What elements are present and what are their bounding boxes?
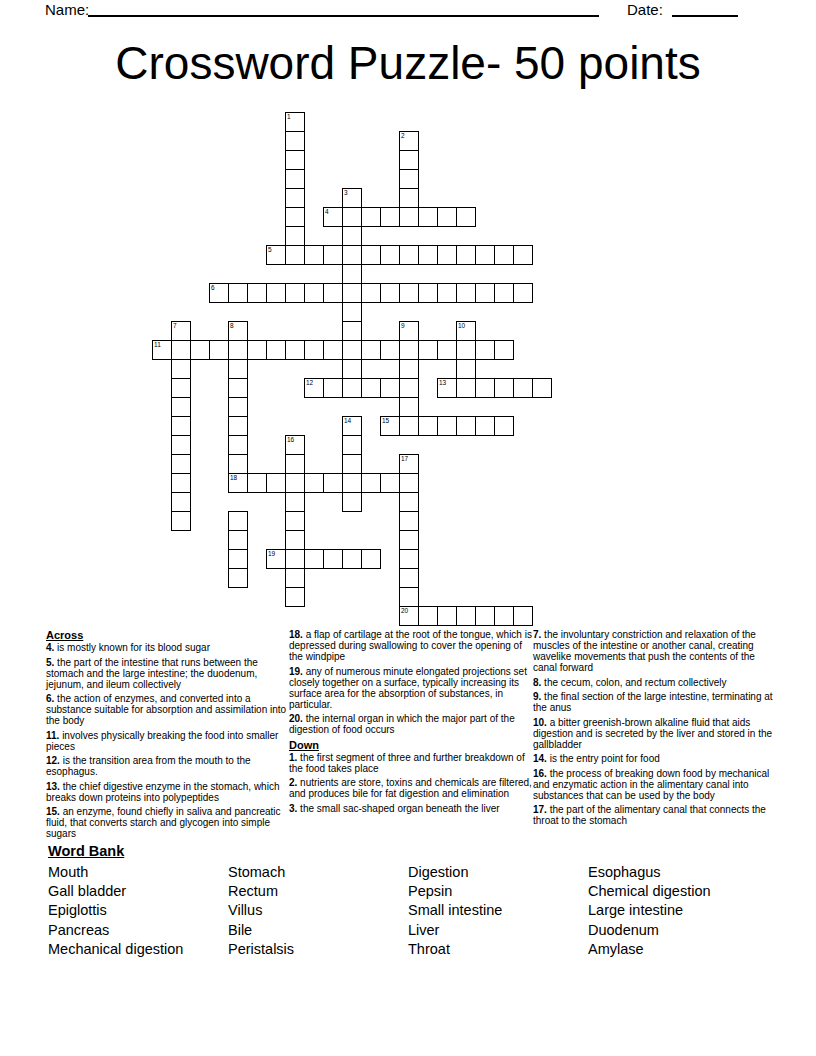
- grid-cell[interactable]: [228, 340, 248, 360]
- grid-cell[interactable]: [342, 321, 362, 341]
- clue: 2. nutrients are store, toxins and chemi…: [289, 777, 533, 799]
- grid-cell[interactable]: [380, 207, 400, 227]
- clue-number: 15: [382, 417, 389, 424]
- grid-cell[interactable]: [171, 473, 191, 493]
- clue: 7. the involuntary constriction and rela…: [533, 629, 779, 673]
- clue: 10. a bitter greenish-brown alkaline flu…: [533, 717, 779, 750]
- clue: 18. a flap of cartilage at the root of t…: [289, 629, 533, 662]
- grid-cell[interactable]: 14: [342, 416, 362, 436]
- grid-cell[interactable]: [418, 606, 438, 626]
- grid-cell[interactable]: [342, 340, 362, 360]
- grid-cell[interactable]: 9: [399, 321, 419, 341]
- grid-cell[interactable]: 13: [437, 378, 457, 398]
- grid-cell[interactable]: 19: [266, 549, 286, 569]
- grid-cell[interactable]: [494, 606, 514, 626]
- grid-cell[interactable]: [494, 283, 514, 303]
- word-bank-item: Peristalsis: [228, 940, 294, 959]
- grid-cell[interactable]: [342, 473, 362, 493]
- clue: 17. the part of the alimentary canal tha…: [533, 804, 779, 826]
- grid-cell[interactable]: [399, 207, 419, 227]
- clue: 15. an enzyme, found chiefly in saliva a…: [46, 806, 290, 839]
- grid-cell[interactable]: 17: [399, 454, 419, 474]
- grid-cell[interactable]: [228, 359, 248, 379]
- grid-cell[interactable]: [285, 549, 305, 569]
- grid-cell[interactable]: [361, 473, 381, 493]
- grid-cell[interactable]: [399, 378, 419, 398]
- grid-cell[interactable]: [285, 587, 305, 607]
- grid-cell[interactable]: 4: [323, 207, 343, 227]
- grid-cell[interactable]: [380, 340, 400, 360]
- grid-cell[interactable]: [456, 378, 476, 398]
- grid-cell[interactable]: [380, 378, 400, 398]
- grid-cell[interactable]: [475, 378, 495, 398]
- grid-cell[interactable]: [437, 207, 457, 227]
- clue-list-heading: Down: [289, 739, 533, 751]
- word-bank-item: Rectum: [228, 882, 294, 901]
- grid-cell[interactable]: [399, 473, 419, 493]
- grid-cell[interactable]: [456, 283, 476, 303]
- word-bank-item: Pancreas: [48, 921, 183, 940]
- grid-cell[interactable]: [399, 340, 419, 360]
- grid-cell[interactable]: [342, 454, 362, 474]
- clue-number: 13: [439, 379, 446, 386]
- grid-cell[interactable]: 18: [228, 473, 248, 493]
- word-bank-column-3: DigestionPepsinSmall intestineLiverThroa…: [408, 863, 502, 959]
- word-bank-item: Chemical digestion: [588, 882, 711, 901]
- grid-cell[interactable]: [304, 549, 324, 569]
- grid-cell[interactable]: [418, 207, 438, 227]
- clue-number: 10: [458, 322, 465, 329]
- grid-cell[interactable]: [304, 283, 324, 303]
- grid-cell[interactable]: [456, 245, 476, 265]
- clue-number: 19: [268, 550, 275, 557]
- grid-cell[interactable]: [323, 245, 343, 265]
- grid-cell[interactable]: [266, 473, 286, 493]
- grid-cell[interactable]: [285, 340, 305, 360]
- grid-cell[interactable]: 16: [285, 435, 305, 455]
- clue: 9. the final section of the large intest…: [533, 691, 779, 713]
- grid-cell[interactable]: [285, 188, 305, 208]
- grid-cell[interactable]: [190, 340, 210, 360]
- grid-cell[interactable]: [342, 302, 362, 322]
- word-bank-item: Stomach: [228, 863, 294, 882]
- grid-cell[interactable]: 11: [152, 340, 172, 360]
- grid-cell[interactable]: 3: [342, 188, 362, 208]
- grid-cell[interactable]: [228, 511, 248, 531]
- grid-cell[interactable]: [399, 587, 419, 607]
- grid-cell[interactable]: [475, 606, 495, 626]
- grid-cell[interactable]: [285, 207, 305, 227]
- clue-number: 6: [211, 284, 215, 291]
- grid-cell[interactable]: [228, 416, 248, 436]
- word-bank-item: Mouth: [48, 863, 183, 882]
- clue: 5. the part of the intestine that runs b…: [46, 657, 290, 690]
- grid-cell[interactable]: [418, 416, 438, 436]
- grid-cell[interactable]: [399, 150, 419, 170]
- grid-cell[interactable]: 12: [304, 378, 324, 398]
- grid-cell[interactable]: [475, 283, 495, 303]
- word-bank-item: Digestion: [408, 863, 502, 882]
- grid-cell[interactable]: [228, 530, 248, 550]
- word-bank-item: Large intestine: [588, 901, 711, 920]
- clue: 20. the internal organ in which the majo…: [289, 713, 533, 735]
- grid-cell[interactable]: [475, 245, 495, 265]
- name-fill-line[interactable]: [88, 15, 599, 17]
- grid-cell[interactable]: [513, 245, 533, 265]
- clue-column-2: 18. a flap of cartilage at the root of t…: [289, 629, 533, 817]
- grid-cell[interactable]: [418, 340, 438, 360]
- word-bank-column-1: MouthGall bladderEpiglottisPancreasMecha…: [48, 863, 183, 959]
- grid-cell[interactable]: [247, 340, 267, 360]
- grid-cell[interactable]: [399, 549, 419, 569]
- grid-cell[interactable]: [399, 397, 419, 417]
- clue-number: 17: [401, 455, 408, 462]
- clue-number: 11: [154, 341, 161, 348]
- grid-cell[interactable]: [304, 245, 324, 265]
- word-bank-column-2: StomachRectumVillusBilePeristalsis: [228, 863, 294, 959]
- grid-cell[interactable]: [285, 530, 305, 550]
- clue: 19. any of numerous minute elongated pro…: [289, 666, 533, 710]
- clue: 8. the cecum, colon, and rectum collecti…: [533, 677, 779, 688]
- grid-cell[interactable]: [361, 245, 381, 265]
- clue-number: 4: [325, 208, 329, 215]
- grid-cell[interactable]: [228, 378, 248, 398]
- clue-number: 2: [401, 132, 405, 139]
- grid-cell[interactable]: [380, 245, 400, 265]
- worksheet-page: Name: Date: Crossword Puzzle- 50 points …: [0, 0, 816, 1056]
- grid-cell[interactable]: [342, 226, 362, 246]
- grid-cell[interactable]: [228, 435, 248, 455]
- grid-cell[interactable]: [418, 283, 438, 303]
- grid-cell[interactable]: [494, 245, 514, 265]
- grid-cell[interactable]: [228, 397, 248, 417]
- grid-cell[interactable]: [399, 283, 419, 303]
- clue: 12. is the transition area from the mout…: [46, 755, 290, 777]
- grid-cell[interactable]: [171, 511, 191, 531]
- grid-cell[interactable]: [494, 416, 514, 436]
- grid-cell[interactable]: [228, 283, 248, 303]
- clue-column-1: Across4. is mostly known for its blood s…: [46, 629, 290, 843]
- clue-number: 1: [287, 113, 291, 120]
- clue-number: 5: [268, 246, 272, 253]
- grid-cell[interactable]: [456, 416, 476, 436]
- grid-cell[interactable]: [247, 473, 267, 493]
- word-bank-column-4: EsophagusChemical digestionLarge intesti…: [588, 863, 711, 959]
- grid-cell[interactable]: [494, 340, 514, 360]
- grid-cell[interactable]: [361, 378, 381, 398]
- grid-cell[interactable]: [342, 359, 362, 379]
- clue: 6. the action of enzymes, and converted …: [46, 693, 290, 726]
- grid-cell[interactable]: [285, 169, 305, 189]
- page-title: Crossword Puzzle- 50 points: [0, 34, 816, 92]
- grid-cell[interactable]: 15: [380, 416, 400, 436]
- clue: 1. the first segment of three and furthe…: [289, 752, 533, 774]
- grid-cell[interactable]: 2: [399, 131, 419, 151]
- word-bank-item: Gall bladder: [48, 882, 183, 901]
- grid-cell[interactable]: [342, 207, 362, 227]
- grid-cell[interactable]: [380, 473, 400, 493]
- grid-cell[interactable]: [342, 264, 362, 284]
- grid-cell[interactable]: [285, 150, 305, 170]
- grid-cell[interactable]: [342, 435, 362, 455]
- grid-cell[interactable]: [228, 549, 248, 569]
- grid-cell[interactable]: 10: [456, 321, 476, 341]
- grid-cell[interactable]: [456, 340, 476, 360]
- clue: 3. the small sac-shaped organ beneath th…: [289, 803, 533, 814]
- grid-cell[interactable]: [323, 340, 343, 360]
- grid-cell[interactable]: [209, 340, 229, 360]
- word-bank-item: Bile: [228, 921, 294, 940]
- grid-cell[interactable]: [171, 454, 191, 474]
- grid-cell[interactable]: [342, 549, 362, 569]
- word-bank-item: Small intestine: [408, 901, 502, 920]
- word-bank-item: Villus: [228, 901, 294, 920]
- grid-cell[interactable]: [171, 435, 191, 455]
- grid-cell[interactable]: [342, 245, 362, 265]
- crossword-grid: 1234567891011121314151617181920: [152, 112, 553, 627]
- clue-column-3: 7. the involuntary constriction and rela…: [533, 629, 779, 830]
- grid-cell[interactable]: [171, 359, 191, 379]
- grid-cell[interactable]: [456, 359, 476, 379]
- grid-cell[interactable]: [437, 340, 457, 360]
- clue: 14. is the entry point for food: [533, 753, 779, 764]
- word-bank-item: Amylase: [588, 940, 711, 959]
- grid-cell[interactable]: [513, 606, 533, 626]
- grid-cell[interactable]: [494, 378, 514, 398]
- word-bank-item: Liver: [408, 921, 502, 940]
- grid-cell[interactable]: [285, 131, 305, 151]
- grid-cell[interactable]: [399, 245, 419, 265]
- grid-cell[interactable]: 5: [266, 245, 286, 265]
- word-bank-item: Duodenum: [588, 921, 711, 940]
- word-bank-item: Epiglottis: [48, 901, 183, 920]
- word-bank-item: Mechanical digestion: [48, 940, 183, 959]
- grid-cell[interactable]: 8: [228, 321, 248, 341]
- grid-cell[interactable]: [304, 340, 324, 360]
- grid-cell[interactable]: [323, 473, 343, 493]
- word-bank-heading: Word Bank: [48, 843, 124, 860]
- grid-cell[interactable]: [323, 549, 343, 569]
- word-bank-item: Throat: [408, 940, 502, 959]
- clue-number: 7: [173, 322, 177, 329]
- grid-cell[interactable]: [399, 188, 419, 208]
- grid-cell[interactable]: [513, 283, 533, 303]
- grid-cell[interactable]: [228, 454, 248, 474]
- grid-cell[interactable]: [285, 245, 305, 265]
- grid-cell[interactable]: [437, 283, 457, 303]
- grid-cell[interactable]: [418, 245, 438, 265]
- date-label: Date:: [627, 1, 663, 18]
- date-fill-line[interactable]: [672, 15, 738, 17]
- grid-cell[interactable]: [285, 454, 305, 474]
- grid-cell[interactable]: [361, 340, 381, 360]
- grid-cell[interactable]: 20: [399, 606, 419, 626]
- grid-cell[interactable]: [285, 568, 305, 588]
- grid-cell[interactable]: [399, 530, 419, 550]
- grid-cell[interactable]: [171, 416, 191, 436]
- grid-cell[interactable]: [304, 473, 324, 493]
- clue-number: 20: [401, 607, 408, 614]
- grid-cell[interactable]: [399, 359, 419, 379]
- grid-cell[interactable]: [437, 416, 457, 436]
- clue-number: 12: [306, 379, 313, 386]
- grid-cell[interactable]: [399, 169, 419, 189]
- grid-cell[interactable]: [513, 378, 533, 398]
- clue: 13. the chief digestive enzyme in the st…: [46, 781, 290, 803]
- grid-cell[interactable]: [247, 283, 267, 303]
- clue-number: 9: [401, 322, 405, 329]
- grid-cell[interactable]: [285, 511, 305, 531]
- grid-cell[interactable]: [171, 340, 191, 360]
- grid-cell[interactable]: [171, 397, 191, 417]
- grid-cell[interactable]: [171, 492, 191, 512]
- grid-cell[interactable]: [285, 492, 305, 512]
- clue: 16. the process of breaking down food by…: [533, 768, 779, 801]
- grid-cell[interactable]: [285, 283, 305, 303]
- grid-cell[interactable]: [323, 378, 343, 398]
- grid-cell[interactable]: [399, 568, 419, 588]
- grid-cell[interactable]: [437, 606, 457, 626]
- grid-cell[interactable]: [266, 340, 286, 360]
- grid-cell[interactable]: [456, 207, 476, 227]
- grid-cell[interactable]: [361, 549, 381, 569]
- grid-cell[interactable]: [399, 511, 419, 531]
- grid-cell[interactable]: 1: [285, 112, 305, 132]
- grid-cell[interactable]: [342, 492, 362, 512]
- grid-cell[interactable]: [380, 283, 400, 303]
- clue-list-heading: Across: [46, 629, 290, 641]
- clue-number: 16: [287, 436, 294, 443]
- clue-number: 18: [230, 474, 237, 481]
- clue: 11. involves physically breaking the foo…: [46, 730, 290, 752]
- grid-cell[interactable]: [342, 378, 362, 398]
- clue: 4. is mostly known for its blood sugar: [46, 642, 290, 653]
- grid-cell[interactable]: [342, 283, 362, 303]
- word-bank-item: Esophagus: [588, 863, 711, 882]
- clue-number: 3: [344, 189, 348, 196]
- word-bank-item: Pepsin: [408, 882, 502, 901]
- grid-cell[interactable]: [456, 606, 476, 626]
- grid-cell[interactable]: [361, 283, 381, 303]
- name-label: Name:: [45, 1, 89, 18]
- grid-cell[interactable]: [532, 378, 552, 398]
- grid-cell[interactable]: [399, 492, 419, 512]
- grid-cell[interactable]: [266, 283, 286, 303]
- grid-cell[interactable]: [361, 207, 381, 227]
- clue-number: 8: [230, 322, 234, 329]
- grid-cell[interactable]: [228, 568, 248, 588]
- grid-cell[interactable]: [475, 416, 495, 436]
- clue-number: 14: [344, 417, 351, 424]
- grid-cell[interactable]: [323, 283, 343, 303]
- grid-cell[interactable]: [285, 226, 305, 246]
- grid-cell[interactable]: 6: [209, 283, 229, 303]
- grid-cell[interactable]: [475, 340, 495, 360]
- grid-cell[interactable]: 7: [171, 321, 191, 341]
- grid-cell[interactable]: [171, 378, 191, 398]
- grid-cell[interactable]: [285, 473, 305, 493]
- grid-cell[interactable]: [399, 416, 419, 436]
- grid-cell[interactable]: [437, 245, 457, 265]
